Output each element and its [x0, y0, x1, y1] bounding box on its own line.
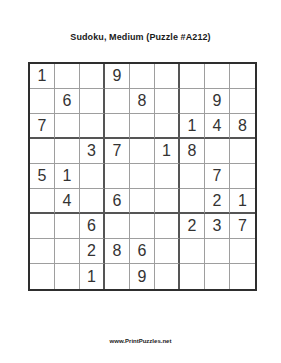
cell-r7c2[interactable]: [55, 214, 80, 239]
cell-r7c7[interactable]: 2: [180, 214, 205, 239]
cell-r8c9[interactable]: [230, 239, 255, 264]
cell-r3c5[interactable]: [130, 114, 155, 139]
cell-r5c8[interactable]: 7: [205, 164, 230, 189]
cell-r4c9[interactable]: [230, 139, 255, 164]
cell-r1c1[interactable]: 1: [30, 64, 55, 89]
cell-r1c8[interactable]: [205, 64, 230, 89]
cell-r8c2[interactable]: [55, 239, 80, 264]
cell-r2c2[interactable]: 6: [55, 89, 80, 114]
cell-r4c1[interactable]: [30, 139, 55, 164]
cell-r1c6[interactable]: [155, 64, 180, 89]
cell-r7c1[interactable]: [30, 214, 55, 239]
cell-r3c3[interactable]: [80, 114, 105, 139]
cell-r5c6[interactable]: [155, 164, 180, 189]
cell-r5c1[interactable]: 5: [30, 164, 55, 189]
cell-r6c6[interactable]: [155, 189, 180, 214]
cell-r8c5[interactable]: 6: [130, 239, 155, 264]
cell-r2c5[interactable]: 8: [130, 89, 155, 114]
cell-r6c8[interactable]: 2: [205, 189, 230, 214]
cell-r9c1[interactable]: [30, 264, 55, 289]
cell-r3c9[interactable]: 8: [230, 114, 255, 139]
cell-r2c1[interactable]: [30, 89, 55, 114]
cell-r6c3[interactable]: [80, 189, 105, 214]
cell-r6c5[interactable]: [130, 189, 155, 214]
cell-r1c9[interactable]: [230, 64, 255, 89]
cell-r6c9[interactable]: 1: [230, 189, 255, 214]
cell-r2c4[interactable]: [105, 89, 130, 114]
cell-r8c4[interactable]: 8: [105, 239, 130, 264]
cell-r6c4[interactable]: 6: [105, 189, 130, 214]
cell-r6c7[interactable]: [180, 189, 205, 214]
cell-r5c9[interactable]: [230, 164, 255, 189]
cell-r8c8[interactable]: [205, 239, 230, 264]
cell-r7c9[interactable]: 7: [230, 214, 255, 239]
cell-r8c1[interactable]: [30, 239, 55, 264]
cell-r2c9[interactable]: [230, 89, 255, 114]
cell-r2c7[interactable]: [180, 89, 205, 114]
footer-url: www.PrintPuzzles.net: [0, 338, 281, 344]
cell-r1c4[interactable]: 9: [105, 64, 130, 89]
cell-r6c1[interactable]: [30, 189, 55, 214]
cell-r5c5[interactable]: [130, 164, 155, 189]
cell-r9c6[interactable]: [155, 264, 180, 289]
cell-r3c6[interactable]: [155, 114, 180, 139]
cell-r2c8[interactable]: 9: [205, 89, 230, 114]
cell-r4c4[interactable]: 7: [105, 139, 130, 164]
cell-r6c2[interactable]: 4: [55, 189, 80, 214]
cell-r9c3[interactable]: 1: [80, 264, 105, 289]
cell-r1c5[interactable]: [130, 64, 155, 89]
cell-r3c4[interactable]: [105, 114, 130, 139]
cell-r9c2[interactable]: [55, 264, 80, 289]
cell-r7c6[interactable]: [155, 214, 180, 239]
cell-r1c2[interactable]: [55, 64, 80, 89]
cell-r5c3[interactable]: [80, 164, 105, 189]
cell-r4c2[interactable]: [55, 139, 80, 164]
cell-r5c2[interactable]: 1: [55, 164, 80, 189]
cell-r2c6[interactable]: [155, 89, 180, 114]
cell-r7c3[interactable]: 6: [80, 214, 105, 239]
cell-r2c3[interactable]: [80, 89, 105, 114]
sudoku-board: 19689714837185174621623728619: [28, 62, 257, 291]
cell-r4c8[interactable]: [205, 139, 230, 164]
cell-r9c7[interactable]: [180, 264, 205, 289]
cell-r3c1[interactable]: 7: [30, 114, 55, 139]
cell-r9c4[interactable]: [105, 264, 130, 289]
cell-r5c4[interactable]: [105, 164, 130, 189]
cell-r3c2[interactable]: [55, 114, 80, 139]
cell-r5c7[interactable]: [180, 164, 205, 189]
cell-r7c5[interactable]: [130, 214, 155, 239]
cell-r9c5[interactable]: 9: [130, 264, 155, 289]
cell-r4c7[interactable]: 8: [180, 139, 205, 164]
cell-r8c3[interactable]: 2: [80, 239, 105, 264]
cell-r4c5[interactable]: [130, 139, 155, 164]
sudoku-page: Sudoku, Medium (Puzzle #A212) 1968971483…: [0, 0, 281, 363]
cell-r1c7[interactable]: [180, 64, 205, 89]
cell-r4c3[interactable]: 3: [80, 139, 105, 164]
cell-r3c7[interactable]: 1: [180, 114, 205, 139]
cell-r7c8[interactable]: 3: [205, 214, 230, 239]
cell-r4c6[interactable]: 1: [155, 139, 180, 164]
cell-r1c3[interactable]: [80, 64, 105, 89]
cell-r8c7[interactable]: [180, 239, 205, 264]
cell-r8c6[interactable]: [155, 239, 180, 264]
cell-r9c9[interactable]: [230, 264, 255, 289]
page-title: Sudoku, Medium (Puzzle #A212): [0, 32, 281, 42]
cell-r7c4[interactable]: [105, 214, 130, 239]
cell-r3c8[interactable]: 4: [205, 114, 230, 139]
cell-r9c8[interactable]: [205, 264, 230, 289]
